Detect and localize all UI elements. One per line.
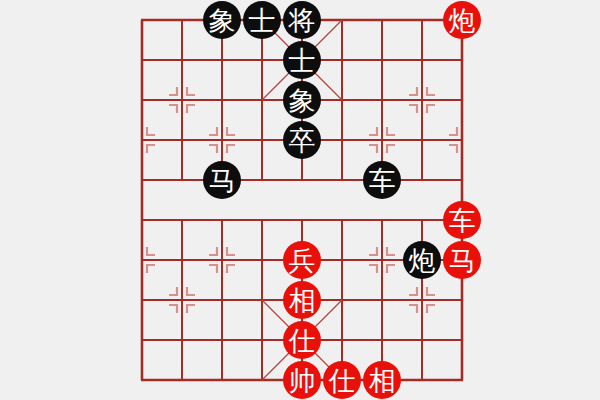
red-advisor-piece[interactable]: 仕 xyxy=(323,361,361,399)
red-general-piece[interactable]: 帅 xyxy=(283,361,321,399)
red-elephant-piece[interactable]: 相 xyxy=(363,361,401,399)
pieces-layer: 象士将炮士象卒马车车兵炮马相仕帅仕相 xyxy=(122,0,482,400)
black-general-piece[interactable]: 将 xyxy=(283,1,321,39)
red-soldier-piece[interactable]: 兵 xyxy=(283,241,321,279)
red-advisor-piece[interactable]: 仕 xyxy=(283,321,321,359)
black-cannon-piece[interactable]: 炮 xyxy=(403,241,441,279)
black-elephant-piece[interactable]: 象 xyxy=(203,1,241,39)
black-soldier-piece[interactable]: 卒 xyxy=(283,121,321,159)
black-advisor-piece[interactable]: 士 xyxy=(243,1,281,39)
red-horse-piece[interactable]: 马 xyxy=(443,241,481,279)
black-chariot-piece[interactable]: 车 xyxy=(363,161,401,199)
black-horse-piece[interactable]: 马 xyxy=(203,161,241,199)
black-elephant-piece[interactable]: 象 xyxy=(283,81,321,119)
black-advisor-piece[interactable]: 士 xyxy=(283,41,321,79)
xiangqi-board: 象士将炮士象卒马车车兵炮马相仕帅仕相 xyxy=(0,0,600,400)
red-cannon-piece[interactable]: 炮 xyxy=(443,1,481,39)
red-elephant-piece[interactable]: 相 xyxy=(283,281,321,319)
red-chariot-piece[interactable]: 车 xyxy=(443,201,481,239)
